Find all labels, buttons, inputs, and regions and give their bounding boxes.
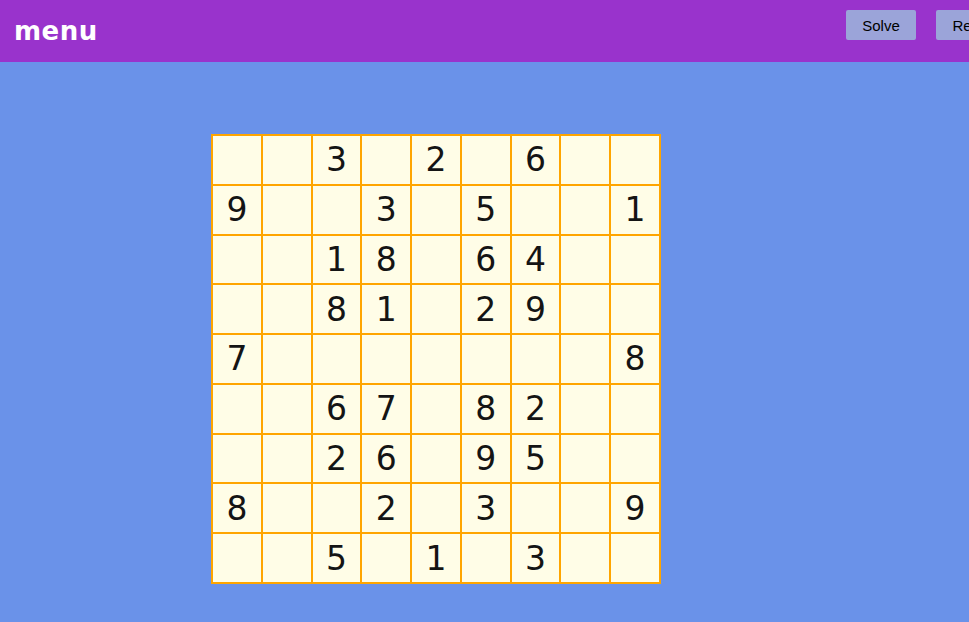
sudoku-cell-r4c7[interactable]: 9	[512, 285, 560, 333]
sudoku-cell-r2c7[interactable]	[512, 186, 560, 234]
sudoku-cell-r8c7[interactable]	[512, 484, 560, 532]
sudoku-cell-r4c6[interactable]: 2	[462, 285, 510, 333]
sudoku-cell-r7c2[interactable]	[263, 435, 311, 483]
sudoku-cell-r9c5[interactable]: 1	[412, 534, 460, 582]
sudoku-cell-r2c3[interactable]	[313, 186, 361, 234]
menu-button[interactable]: menu	[14, 16, 98, 46]
sudoku-cell-r9c4[interactable]	[362, 534, 410, 582]
sudoku-cell-r9c1[interactable]	[213, 534, 261, 582]
sudoku-cell-r9c9[interactable]	[611, 534, 659, 582]
sudoku-cell-r7c1[interactable]	[213, 435, 261, 483]
sudoku-cell-r4c5[interactable]	[412, 285, 460, 333]
sudoku-cell-r3c8[interactable]	[561, 236, 609, 284]
sudoku-board: 32693511864812978678226958239513	[211, 134, 661, 584]
sudoku-cell-r6c7[interactable]: 2	[512, 385, 560, 433]
sudoku-cell-r3c3[interactable]: 1	[313, 236, 361, 284]
sudoku-cell-r1c6[interactable]	[462, 136, 510, 184]
sudoku-cell-r8c8[interactable]	[561, 484, 609, 532]
sudoku-cell-r6c3[interactable]: 6	[313, 385, 361, 433]
sudoku-cell-r5c1[interactable]: 7	[213, 335, 261, 383]
sudoku-cell-r7c4[interactable]: 6	[362, 435, 410, 483]
sudoku-cell-r7c6[interactable]: 9	[462, 435, 510, 483]
sudoku-cell-r7c3[interactable]: 2	[313, 435, 361, 483]
sudoku-cell-r2c6[interactable]: 5	[462, 186, 510, 234]
sudoku-cell-r3c9[interactable]	[611, 236, 659, 284]
sudoku-cell-r6c9[interactable]	[611, 385, 659, 433]
sudoku-cell-r3c1[interactable]	[213, 236, 261, 284]
sudoku-cell-r8c1[interactable]: 8	[213, 484, 261, 532]
sudoku-cell-r1c5[interactable]: 2	[412, 136, 460, 184]
app-header: menu Solve Reset	[0, 0, 969, 62]
sudoku-cell-r2c9[interactable]: 1	[611, 186, 659, 234]
sudoku-cell-r2c1[interactable]: 9	[213, 186, 261, 234]
sudoku-cell-r8c3[interactable]	[313, 484, 361, 532]
sudoku-cell-r9c3[interactable]: 5	[313, 534, 361, 582]
sudoku-cell-r6c5[interactable]	[412, 385, 460, 433]
sudoku-cell-r5c6[interactable]	[462, 335, 510, 383]
reset-button[interactable]: Reset	[936, 10, 969, 40]
sudoku-cell-r1c7[interactable]: 6	[512, 136, 560, 184]
sudoku-cell-r2c8[interactable]	[561, 186, 609, 234]
sudoku-cell-r6c8[interactable]	[561, 385, 609, 433]
sudoku-cell-r5c8[interactable]	[561, 335, 609, 383]
sudoku-cell-r3c2[interactable]	[263, 236, 311, 284]
sudoku-cell-r5c3[interactable]	[313, 335, 361, 383]
sudoku-cell-r3c5[interactable]	[412, 236, 460, 284]
sudoku-cell-r4c2[interactable]	[263, 285, 311, 333]
sudoku-cell-r4c4[interactable]: 1	[362, 285, 410, 333]
sudoku-cell-r9c2[interactable]	[263, 534, 311, 582]
sudoku-cell-r3c4[interactable]: 8	[362, 236, 410, 284]
sudoku-cell-r7c7[interactable]: 5	[512, 435, 560, 483]
sudoku-cell-r5c2[interactable]	[263, 335, 311, 383]
sudoku-cell-r1c4[interactable]	[362, 136, 410, 184]
sudoku-cell-r8c9[interactable]: 9	[611, 484, 659, 532]
sudoku-cell-r7c5[interactable]	[412, 435, 460, 483]
sudoku-cell-r9c7[interactable]: 3	[512, 534, 560, 582]
sudoku-cell-r1c3[interactable]: 3	[313, 136, 361, 184]
sudoku-cell-r2c4[interactable]: 3	[362, 186, 410, 234]
sudoku-cell-r4c9[interactable]	[611, 285, 659, 333]
sudoku-cell-r7c9[interactable]	[611, 435, 659, 483]
sudoku-cell-r9c8[interactable]	[561, 534, 609, 582]
sudoku-cell-r9c6[interactable]	[462, 534, 510, 582]
sudoku-cell-r8c6[interactable]: 3	[462, 484, 510, 532]
sudoku-cell-r8c5[interactable]	[412, 484, 460, 532]
solve-button[interactable]: Solve	[846, 10, 916, 40]
sudoku-cell-r3c6[interactable]: 6	[462, 236, 510, 284]
sudoku-cell-r5c9[interactable]: 8	[611, 335, 659, 383]
sudoku-cell-r5c4[interactable]	[362, 335, 410, 383]
sudoku-cell-r3c7[interactable]: 4	[512, 236, 560, 284]
sudoku-cell-r6c1[interactable]	[213, 385, 261, 433]
sudoku-cell-r8c2[interactable]	[263, 484, 311, 532]
sudoku-cell-r1c8[interactable]	[561, 136, 609, 184]
sudoku-cell-r1c1[interactable]	[213, 136, 261, 184]
sudoku-cell-r7c8[interactable]	[561, 435, 609, 483]
sudoku-cell-r4c1[interactable]	[213, 285, 261, 333]
sudoku-cell-r2c2[interactable]	[263, 186, 311, 234]
sudoku-cell-r5c7[interactable]	[512, 335, 560, 383]
sudoku-cell-r2c5[interactable]	[412, 186, 460, 234]
sudoku-cell-r8c4[interactable]: 2	[362, 484, 410, 532]
sudoku-cell-r4c8[interactable]	[561, 285, 609, 333]
sudoku-cell-r6c2[interactable]	[263, 385, 311, 433]
sudoku-cell-r6c4[interactable]: 7	[362, 385, 410, 433]
sudoku-cell-r6c6[interactable]: 8	[462, 385, 510, 433]
sudoku-cell-r5c5[interactable]	[412, 335, 460, 383]
sudoku-cell-r1c2[interactable]	[263, 136, 311, 184]
sudoku-cell-r4c3[interactable]: 8	[313, 285, 361, 333]
sudoku-cell-r1c9[interactable]	[611, 136, 659, 184]
